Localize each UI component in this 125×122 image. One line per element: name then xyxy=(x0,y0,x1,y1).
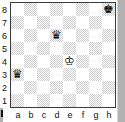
square-e4[interactable]: ♔ xyxy=(63,55,76,68)
square-f3[interactable] xyxy=(76,68,89,81)
file-label-a: a xyxy=(12,110,25,121)
square-g8[interactable] xyxy=(89,3,102,16)
square-g5[interactable] xyxy=(89,42,102,55)
rank-label-6: 6 xyxy=(0,30,9,43)
piece-black-queen[interactable]: ♛ xyxy=(51,29,62,42)
square-g7[interactable] xyxy=(89,16,102,29)
square-a2[interactable] xyxy=(11,81,24,94)
chess-board[interactable]: ♚♛♔♛ xyxy=(10,2,116,108)
square-a1[interactable] xyxy=(11,94,24,107)
square-a3[interactable]: ♛ xyxy=(11,68,24,81)
square-f1[interactable] xyxy=(76,94,89,107)
rank-label-2: 2 xyxy=(0,82,9,95)
square-e6[interactable] xyxy=(63,29,76,42)
square-b1[interactable] xyxy=(24,94,37,107)
square-d4[interactable] xyxy=(50,55,63,68)
square-g3[interactable] xyxy=(89,68,102,81)
square-b7[interactable] xyxy=(24,16,37,29)
square-c1[interactable] xyxy=(37,94,50,107)
file-label-e: e xyxy=(64,110,77,121)
file-coordinates: abcdefgh xyxy=(12,110,116,121)
square-b5[interactable] xyxy=(24,42,37,55)
square-e8[interactable] xyxy=(63,3,76,16)
rank-label-5: 5 xyxy=(0,43,9,56)
square-c7[interactable] xyxy=(37,16,50,29)
piece-black-queen[interactable]: ♛ xyxy=(12,68,23,81)
square-g2[interactable] xyxy=(89,81,102,94)
square-a7[interactable] xyxy=(11,16,24,29)
file-label-g: g xyxy=(90,110,103,121)
square-a8[interactable] xyxy=(11,3,24,16)
corner-artifact xyxy=(1,110,3,117)
square-h5[interactable] xyxy=(102,42,115,55)
file-label-d: d xyxy=(51,110,64,121)
square-f8[interactable] xyxy=(76,3,89,16)
square-f7[interactable] xyxy=(76,16,89,29)
square-f2[interactable] xyxy=(76,81,89,94)
file-label-b: b xyxy=(25,110,38,121)
square-b3[interactable] xyxy=(24,68,37,81)
square-h8[interactable]: ♚ xyxy=(102,3,115,16)
square-h7[interactable] xyxy=(102,16,115,29)
square-d8[interactable] xyxy=(50,3,63,16)
piece-white-king[interactable]: ♔ xyxy=(64,55,75,68)
rank-label-8: 8 xyxy=(0,4,9,17)
margin-edge-line xyxy=(117,0,118,122)
square-g6[interactable] xyxy=(89,29,102,42)
square-f6[interactable] xyxy=(76,29,89,42)
square-e3[interactable] xyxy=(63,68,76,81)
square-h6[interactable] xyxy=(102,29,115,42)
square-f4[interactable] xyxy=(76,55,89,68)
square-b8[interactable] xyxy=(24,3,37,16)
square-e1[interactable] xyxy=(63,94,76,107)
square-c6[interactable] xyxy=(37,29,50,42)
square-a5[interactable] xyxy=(11,42,24,55)
file-label-f: f xyxy=(77,110,90,121)
chess-diagram: 87654321 ♚♛♔♛ abcdefgh xyxy=(0,0,125,122)
rank-label-4: 4 xyxy=(0,56,9,69)
square-d6[interactable]: ♛ xyxy=(50,29,63,42)
square-c5[interactable] xyxy=(37,42,50,55)
square-e2[interactable] xyxy=(63,81,76,94)
square-b6[interactable] xyxy=(24,29,37,42)
square-b4[interactable] xyxy=(24,55,37,68)
square-d5[interactable] xyxy=(50,42,63,55)
file-label-h: h xyxy=(103,110,116,121)
square-c4[interactable] xyxy=(37,55,50,68)
square-d3[interactable] xyxy=(50,68,63,81)
square-f5[interactable] xyxy=(76,42,89,55)
file-label-c: c xyxy=(38,110,51,121)
square-c8[interactable] xyxy=(37,3,50,16)
square-h1[interactable] xyxy=(102,94,115,107)
rank-coordinates: 87654321 xyxy=(0,4,9,108)
square-e7[interactable] xyxy=(63,16,76,29)
square-h2[interactable] xyxy=(102,81,115,94)
square-h3[interactable] xyxy=(102,68,115,81)
piece-black-king[interactable]: ♚ xyxy=(103,3,114,16)
square-d2[interactable] xyxy=(50,81,63,94)
square-h4[interactable] xyxy=(102,55,115,68)
square-d1[interactable] xyxy=(50,94,63,107)
square-a6[interactable] xyxy=(11,29,24,42)
square-c3[interactable] xyxy=(37,68,50,81)
rank-label-1: 1 xyxy=(0,95,9,108)
square-g4[interactable] xyxy=(89,55,102,68)
rank-label-3: 3 xyxy=(0,69,9,82)
square-b2[interactable] xyxy=(24,81,37,94)
square-c2[interactable] xyxy=(37,81,50,94)
square-g1[interactable] xyxy=(89,94,102,107)
rank-label-7: 7 xyxy=(0,17,9,30)
